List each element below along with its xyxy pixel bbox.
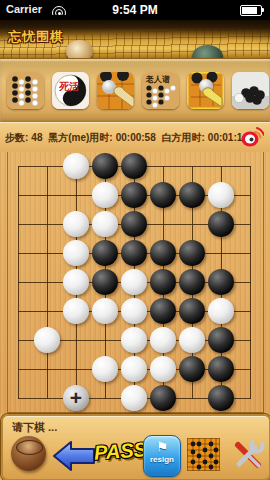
black-stone — [150, 298, 176, 324]
white-stone — [92, 356, 118, 382]
black-stone — [150, 385, 176, 411]
black-stone — [121, 240, 147, 266]
go-board[interactable]: + — [0, 152, 270, 414]
black-stone — [208, 385, 234, 411]
white-stone — [121, 385, 147, 411]
moves-value: 48 — [31, 132, 42, 143]
icon-life-and-death[interactable]: 死活 — [52, 72, 89, 109]
white-stone — [92, 211, 118, 237]
black-stone — [179, 182, 205, 208]
black-stone — [179, 269, 205, 295]
black-stone — [121, 153, 147, 179]
icon-problems-board[interactable] — [7, 72, 44, 109]
game-stats: 步数:48 黑方(me)用时:00:00:58 白方用时:00:01:14 — [5, 131, 251, 145]
black-stone — [121, 182, 147, 208]
battery-icon — [240, 5, 262, 16]
turn-status-text: 请下棋 ... — [12, 420, 57, 435]
status-bar: Carrier 9:54 PM — [0, 0, 270, 20]
black-stone — [208, 356, 234, 382]
black-stone — [179, 298, 205, 324]
black-stone — [92, 269, 118, 295]
black-stone — [121, 211, 147, 237]
resign-flag-icon: ⚑ — [144, 439, 180, 455]
black-stone — [92, 153, 118, 179]
undo-button[interactable] — [52, 439, 96, 477]
white-stone — [121, 298, 147, 324]
bottom-toolbar: 请下棋 ... PASS ⚑ resign — [1, 414, 270, 480]
white-stone — [208, 298, 234, 324]
icon-text-laorenpu: 老人谱 — [145, 75, 170, 84]
last-move-marker-stone: + — [63, 385, 89, 411]
resign-button[interactable]: ⚑ resign — [143, 435, 181, 477]
white-stone — [63, 240, 89, 266]
icon-play-hand[interactable] — [97, 72, 134, 109]
black-stone — [208, 269, 234, 295]
black-stone — [179, 356, 205, 382]
icon-play-hand-2[interactable] — [187, 72, 224, 109]
app-screen: Carrier 9:54 PM 忘忧围棋 — [0, 0, 270, 480]
black-time-label: 黑方(me)用时: — [48, 132, 112, 143]
black-stone — [150, 269, 176, 295]
black-stone — [208, 211, 234, 237]
app-title: 忘忧围棋 — [8, 28, 64, 46]
resign-label: resign — [144, 455, 180, 464]
moves-label: 步数: — [5, 132, 28, 143]
title-banner: 忘忧围棋 — [0, 20, 270, 58]
black-stone — [92, 240, 118, 266]
stone-bowl-button[interactable] — [11, 436, 46, 471]
white-stone — [92, 182, 118, 208]
game-info-bar: 步数:48 黑方(me)用时:00:00:58 白方用时:00:01:14 — [0, 122, 270, 154]
white-time-label: 白方用时: — [162, 132, 205, 143]
icon-text-si: 死活 — [58, 81, 79, 92]
pass-button[interactable]: PASS — [93, 438, 147, 465]
grid-line-v — [250, 166, 251, 399]
white-stone — [63, 269, 89, 295]
weibo-share-icon[interactable] — [240, 126, 264, 148]
white-stone — [63, 298, 89, 324]
black-stone — [208, 327, 234, 353]
app-icon-row: 死活 老人谱 — [0, 58, 270, 124]
white-stone — [179, 327, 205, 353]
icon-stones-photo[interactable] — [232, 72, 269, 109]
white-stone — [121, 269, 147, 295]
settings-tools-button[interactable] — [229, 436, 266, 473]
white-stone — [150, 356, 176, 382]
black-stone — [150, 240, 176, 266]
white-stone — [92, 298, 118, 324]
white-stone — [34, 327, 60, 353]
black-time-value: 00:00:58 — [116, 132, 156, 143]
kifu-board-button[interactable] — [187, 438, 220, 471]
black-stone — [179, 240, 205, 266]
status-time: 9:54 PM — [0, 3, 270, 17]
white-stone — [121, 356, 147, 382]
white-stone — [63, 153, 89, 179]
icon-masters-games[interactable]: 老人谱 — [142, 72, 179, 109]
black-stone — [150, 182, 176, 208]
white-stone — [150, 327, 176, 353]
white-stone — [121, 327, 147, 353]
white-stone — [208, 182, 234, 208]
white-stone — [63, 211, 89, 237]
